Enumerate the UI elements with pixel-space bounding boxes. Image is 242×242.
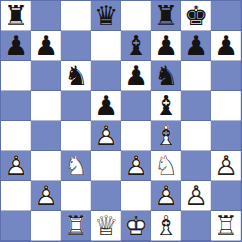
white-piece-outline: ♙ — [151, 181, 181, 211]
square-h6[interactable] — [211, 61, 241, 91]
black-piece-body: ♟ — [121, 61, 151, 91]
square-h1[interactable]: ♜♖ — [211, 211, 241, 241]
square-e7[interactable]: ♝ — [121, 31, 151, 61]
piece-white-knight: ♞♘ — [151, 151, 181, 181]
white-piece-outline: ♙ — [121, 151, 151, 181]
piece-white-pawn: ♟♙ — [211, 151, 241, 181]
square-f6[interactable]: ♞ — [151, 61, 181, 91]
square-f5[interactable]: ♝ — [151, 91, 181, 121]
square-h3[interactable]: ♟♙ — [211, 151, 241, 181]
piece-white-queen: ♛♕ — [91, 211, 121, 241]
black-piece-body: ♜ — [1, 1, 31, 31]
white-piece-outline: ♗ — [151, 121, 181, 151]
piece-white-pawn: ♟♙ — [181, 181, 211, 211]
square-d7[interactable] — [91, 31, 121, 61]
square-c6[interactable]: ♞ — [61, 61, 91, 91]
square-a5[interactable] — [1, 91, 31, 121]
piece-white-pawn: ♟♙ — [121, 151, 151, 181]
square-a2[interactable] — [1, 181, 31, 211]
piece-white-rook: ♜♖ — [61, 211, 91, 241]
square-e4[interactable] — [121, 121, 151, 151]
square-f7[interactable]: ♟ — [151, 31, 181, 61]
square-e3[interactable]: ♟♙ — [121, 151, 151, 181]
black-piece-body: ♟ — [211, 31, 241, 61]
square-h7[interactable]: ♟ — [211, 31, 241, 61]
piece-white-pawn: ♟♙ — [151, 181, 181, 211]
white-piece-outline: ♙ — [1, 151, 31, 181]
square-d2[interactable] — [91, 181, 121, 211]
square-h2[interactable] — [211, 181, 241, 211]
square-d5[interactable]: ♟ — [91, 91, 121, 121]
square-a3[interactable]: ♟♙ — [1, 151, 31, 181]
square-g7[interactable]: ♟ — [181, 31, 211, 61]
piece-black-rook: ♜ — [151, 1, 181, 31]
piece-black-knight: ♞ — [61, 61, 91, 91]
square-d4[interactable]: ♟♙ — [91, 121, 121, 151]
white-piece-outline: ♗ — [151, 211, 181, 241]
piece-white-pawn: ♟♙ — [31, 181, 61, 211]
square-a8[interactable]: ♜ — [1, 1, 31, 31]
piece-white-knight: ♞♘ — [61, 151, 91, 181]
square-e6[interactable]: ♟ — [121, 61, 151, 91]
black-piece-body: ♞ — [61, 61, 91, 91]
square-g6[interactable] — [181, 61, 211, 91]
black-piece-body: ♝ — [151, 91, 181, 121]
square-g5[interactable] — [181, 91, 211, 121]
square-g1[interactable] — [181, 211, 211, 241]
square-c1[interactable]: ♜♖ — [61, 211, 91, 241]
square-g3[interactable] — [181, 151, 211, 181]
white-piece-outline: ♖ — [211, 211, 241, 241]
square-h8[interactable] — [211, 1, 241, 31]
black-piece-body: ♝ — [121, 31, 151, 61]
piece-black-queen: ♛ — [91, 1, 121, 31]
black-piece-body: ♛ — [91, 1, 121, 31]
square-e8[interactable] — [121, 1, 151, 31]
square-c2[interactable] — [61, 181, 91, 211]
piece-black-bishop: ♝ — [121, 31, 151, 61]
white-piece-outline: ♘ — [61, 151, 91, 181]
square-g4[interactable] — [181, 121, 211, 151]
piece-black-pawn: ♟ — [181, 31, 211, 61]
piece-black-king: ♚ — [181, 1, 211, 31]
piece-black-pawn: ♟ — [91, 91, 121, 121]
square-b6[interactable] — [31, 61, 61, 91]
white-piece-outline: ♙ — [181, 181, 211, 211]
piece-black-pawn: ♟ — [151, 31, 181, 61]
chess-board: ♜♛♜♚♟♟♝♟♟♟♞♟♞♟♝♟♙♝♗♟♙♞♘♟♙♞♘♟♙♟♙♟♙♟♙♜♖♛♕♚… — [0, 0, 242, 242]
square-e5[interactable] — [121, 91, 151, 121]
piece-white-pawn: ♟♙ — [91, 121, 121, 151]
square-e2[interactable] — [121, 181, 151, 211]
square-c5[interactable] — [61, 91, 91, 121]
white-piece-outline: ♖ — [61, 211, 91, 241]
square-c4[interactable] — [61, 121, 91, 151]
square-b8[interactable] — [31, 1, 61, 31]
square-d6[interactable] — [91, 61, 121, 91]
square-h5[interactable] — [211, 91, 241, 121]
black-piece-body: ♟ — [31, 31, 61, 61]
square-b5[interactable] — [31, 91, 61, 121]
square-f4[interactable]: ♝♗ — [151, 121, 181, 151]
piece-white-pawn: ♟♙ — [1, 151, 31, 181]
square-e1[interactable]: ♚♔ — [121, 211, 151, 241]
piece-black-pawn: ♟ — [1, 31, 31, 61]
square-b2[interactable]: ♟♙ — [31, 181, 61, 211]
square-d8[interactable]: ♛ — [91, 1, 121, 31]
white-piece-outline: ♔ — [121, 211, 151, 241]
square-b4[interactable] — [31, 121, 61, 151]
white-piece-outline: ♘ — [151, 151, 181, 181]
piece-black-pawn: ♟ — [211, 31, 241, 61]
piece-black-bishop: ♝ — [151, 91, 181, 121]
piece-black-pawn: ♟ — [121, 61, 151, 91]
white-piece-outline: ♕ — [91, 211, 121, 241]
square-h4[interactable] — [211, 121, 241, 151]
piece-black-rook: ♜ — [1, 1, 31, 31]
white-piece-outline: ♙ — [91, 121, 121, 151]
square-f2[interactable]: ♟♙ — [151, 181, 181, 211]
piece-white-bishop: ♝♗ — [151, 211, 181, 241]
black-piece-body: ♟ — [1, 31, 31, 61]
white-piece-outline: ♙ — [211, 151, 241, 181]
black-piece-body: ♟ — [151, 31, 181, 61]
square-a6[interactable] — [1, 61, 31, 91]
square-c7[interactable] — [61, 31, 91, 61]
piece-white-king: ♚♔ — [121, 211, 151, 241]
black-piece-body: ♟ — [181, 31, 211, 61]
square-d1[interactable]: ♛♕ — [91, 211, 121, 241]
square-d3[interactable] — [91, 151, 121, 181]
square-f1[interactable]: ♝♗ — [151, 211, 181, 241]
piece-white-bishop: ♝♗ — [151, 121, 181, 151]
square-a4[interactable] — [1, 121, 31, 151]
square-g2[interactable]: ♟♙ — [181, 181, 211, 211]
square-f8[interactable]: ♜ — [151, 1, 181, 31]
black-piece-body: ♞ — [151, 61, 181, 91]
square-a1[interactable] — [1, 211, 31, 241]
white-piece-outline: ♙ — [31, 181, 61, 211]
black-piece-body: ♟ — [91, 91, 121, 121]
square-b1[interactable] — [31, 211, 61, 241]
square-c3[interactable]: ♞♘ — [61, 151, 91, 181]
piece-white-rook: ♜♖ — [211, 211, 241, 241]
black-piece-body: ♚ — [181, 1, 211, 31]
square-b7[interactable]: ♟ — [31, 31, 61, 61]
square-a7[interactable]: ♟ — [1, 31, 31, 61]
black-piece-body: ♜ — [151, 1, 181, 31]
square-b3[interactable] — [31, 151, 61, 181]
square-c8[interactable] — [61, 1, 91, 31]
piece-black-knight: ♞ — [151, 61, 181, 91]
square-f3[interactable]: ♞♘ — [151, 151, 181, 181]
piece-black-pawn: ♟ — [31, 31, 61, 61]
square-g8[interactable]: ♚ — [181, 1, 211, 31]
